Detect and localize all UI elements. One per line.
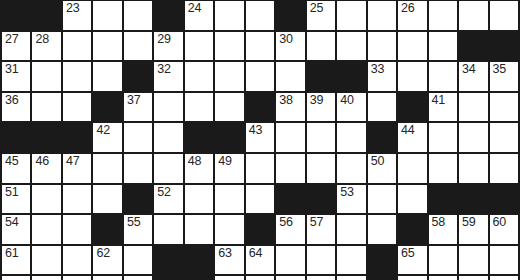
cell-r9c9[interactable]: 64 xyxy=(246,246,274,275)
cell-r9c17[interactable] xyxy=(490,246,518,275)
cell-r5c13 xyxy=(368,123,396,152)
clue-number: 32 xyxy=(157,63,171,76)
cell-r3c16[interactable]: 34 xyxy=(459,62,487,91)
cell-r6c10[interactable] xyxy=(276,154,304,183)
cell-r1c9[interactable] xyxy=(246,1,274,30)
cell-r9c16[interactable] xyxy=(459,246,487,275)
cell-r8c6[interactable] xyxy=(154,215,182,244)
cell-r3c11 xyxy=(307,62,335,91)
clue-number: 45 xyxy=(5,155,19,168)
cell-r5c16[interactable] xyxy=(459,123,487,152)
clue-number: 29 xyxy=(157,33,171,46)
cell-r9c10[interactable] xyxy=(276,246,304,275)
cell-r6c5[interactable] xyxy=(124,154,152,183)
cell-r10c10[interactable] xyxy=(276,276,304,280)
cell-r5c11[interactable] xyxy=(307,123,335,152)
cell-r10c3[interactable] xyxy=(63,276,91,280)
cell-r8c16[interactable]: 59 xyxy=(459,215,487,244)
cell-r3c6[interactable]: 32 xyxy=(154,62,182,91)
cell-r6c2[interactable]: 46 xyxy=(32,154,60,183)
cell-r10c4[interactable] xyxy=(93,276,121,280)
cell-r2c6[interactable]: 29 xyxy=(154,32,182,61)
cell-r2c16 xyxy=(459,32,487,61)
clue-number: 58 xyxy=(432,216,446,229)
cell-r9c15[interactable] xyxy=(429,246,457,275)
cell-r4c15[interactable]: 41 xyxy=(429,93,457,122)
cell-r3c15[interactable] xyxy=(429,62,457,91)
clue-number: 36 xyxy=(5,94,19,107)
cell-r6c11[interactable] xyxy=(307,154,335,183)
cell-r3c8[interactable] xyxy=(215,62,243,91)
cell-r6c17[interactable] xyxy=(490,154,518,183)
cell-r2c7[interactable] xyxy=(185,32,213,61)
cell-r6c4[interactable] xyxy=(93,154,121,183)
cell-r4c13[interactable] xyxy=(368,93,396,122)
cell-r9c7 xyxy=(185,246,213,275)
cell-r8c1[interactable]: 54 xyxy=(2,215,30,244)
clue-number: 61 xyxy=(5,247,19,260)
cell-r5c14[interactable]: 44 xyxy=(398,123,426,152)
cell-r9c5[interactable] xyxy=(124,246,152,275)
cell-r8c10[interactable]: 56 xyxy=(276,215,304,244)
cell-r3c17[interactable]: 35 xyxy=(490,62,518,91)
cell-r5c10[interactable] xyxy=(276,123,304,152)
cell-r1c17[interactable] xyxy=(490,1,518,30)
cell-r2c3[interactable] xyxy=(63,32,91,61)
cell-r10c7 xyxy=(185,276,213,280)
clue-number: 43 xyxy=(249,124,263,137)
cell-r7c13[interactable] xyxy=(368,185,396,214)
clue-number: 64 xyxy=(249,247,263,260)
cell-r6c16[interactable] xyxy=(459,154,487,183)
cell-r2c1[interactable]: 27 xyxy=(2,32,30,61)
cell-r4c4 xyxy=(93,93,121,122)
cell-r9c1[interactable]: 61 xyxy=(2,246,30,275)
cell-r9c13 xyxy=(368,246,396,275)
cell-r10c5[interactable] xyxy=(124,276,152,280)
cell-r2c10[interactable]: 30 xyxy=(276,32,304,61)
cell-r5c12[interactable] xyxy=(337,123,365,152)
cell-r7c8[interactable] xyxy=(215,185,243,214)
cell-r7c7[interactable] xyxy=(185,185,213,214)
clue-number: 44 xyxy=(401,124,415,137)
cell-r8c9 xyxy=(246,215,274,244)
cell-r4c10[interactable]: 38 xyxy=(276,93,304,122)
cell-r10c8[interactable] xyxy=(215,276,243,280)
clue-number: 53 xyxy=(340,186,354,199)
cell-r5c6[interactable] xyxy=(154,123,182,152)
cell-r2c17 xyxy=(490,32,518,61)
cell-r7c4[interactable] xyxy=(93,185,121,214)
cell-r7c16 xyxy=(459,185,487,214)
cell-r6c1[interactable]: 45 xyxy=(2,154,30,183)
cell-r4c17[interactable] xyxy=(490,93,518,122)
cell-r4c16[interactable] xyxy=(459,93,487,122)
cell-r3c1[interactable]: 31 xyxy=(2,62,30,91)
clue-number: 25 xyxy=(310,2,324,15)
cell-r5c7 xyxy=(185,123,213,152)
clue-number: 24 xyxy=(188,2,202,15)
cell-r6c9[interactable] xyxy=(246,154,274,183)
cell-r10c6 xyxy=(154,276,182,280)
cell-r1c13[interactable] xyxy=(368,1,396,30)
cell-r7c1[interactable]: 51 xyxy=(2,185,30,214)
cell-r8c17[interactable]: 60 xyxy=(490,215,518,244)
cell-r1c8[interactable] xyxy=(215,1,243,30)
cell-r8c5[interactable]: 55 xyxy=(124,215,152,244)
cell-r9c12[interactable] xyxy=(337,246,365,275)
cell-r9c8[interactable]: 63 xyxy=(215,246,243,275)
cell-r4c3[interactable] xyxy=(63,93,91,122)
cell-r8c15[interactable]: 58 xyxy=(429,215,457,244)
clue-number: 48 xyxy=(188,155,202,168)
cell-r1c5[interactable] xyxy=(124,1,152,30)
cell-r9c4[interactable]: 62 xyxy=(93,246,121,275)
cell-r2c4[interactable] xyxy=(93,32,121,61)
cell-r1c12[interactable] xyxy=(337,1,365,30)
cell-r2c11[interactable] xyxy=(307,32,335,61)
cell-r10c12[interactable] xyxy=(337,276,365,280)
cell-r2c13[interactable] xyxy=(368,32,396,61)
cell-r10c2[interactable] xyxy=(32,276,60,280)
cell-r8c3[interactable] xyxy=(63,215,91,244)
cell-r7c10 xyxy=(276,185,304,214)
cell-r9c2[interactable] xyxy=(32,246,60,275)
cell-r10c1[interactable] xyxy=(2,276,30,280)
clue-number: 65 xyxy=(401,247,415,260)
cell-r6c3[interactable]: 47 xyxy=(63,154,91,183)
cell-r3c12 xyxy=(337,62,365,91)
cell-r10c15[interactable] xyxy=(429,276,457,280)
clue-number: 55 xyxy=(127,216,141,229)
clue-number: 34 xyxy=(462,63,476,76)
clue-number: 37 xyxy=(127,94,141,107)
cell-r6c7[interactable]: 48 xyxy=(185,154,213,183)
cell-r1c3[interactable]: 23 xyxy=(63,1,91,30)
cell-r8c4 xyxy=(93,215,121,244)
cell-r5c3 xyxy=(63,123,91,152)
clue-number: 30 xyxy=(279,33,293,46)
cell-r4c7[interactable] xyxy=(185,93,213,122)
cell-r9c3[interactable] xyxy=(63,246,91,275)
crossword-grid: 2324252627282930313233343536373839404142… xyxy=(0,0,520,280)
cell-r9c14[interactable]: 65 xyxy=(398,246,426,275)
cell-r6c12[interactable] xyxy=(337,154,365,183)
cell-r3c14[interactable] xyxy=(398,62,426,91)
cell-r2c15[interactable] xyxy=(429,32,457,61)
cell-r3c4[interactable] xyxy=(93,62,121,91)
clue-number: 47 xyxy=(66,155,80,168)
clue-number: 50 xyxy=(371,155,385,168)
cell-r3c5 xyxy=(124,62,152,91)
clue-number: 38 xyxy=(279,94,293,107)
clue-number: 33 xyxy=(371,63,385,76)
cell-r7c17 xyxy=(490,185,518,214)
cell-r3c2[interactable] xyxy=(32,62,60,91)
cell-r8c14 xyxy=(398,215,426,244)
clue-number: 39 xyxy=(310,94,324,107)
crossword-board: 2324252627282930313233343536373839404142… xyxy=(0,0,520,280)
cell-r4c5[interactable]: 37 xyxy=(124,93,152,122)
cell-r3c10[interactable] xyxy=(276,62,304,91)
cell-r1c7[interactable]: 24 xyxy=(185,1,213,30)
clue-number: 63 xyxy=(218,247,232,260)
cell-r5c9[interactable]: 43 xyxy=(246,123,274,152)
cell-r10c9[interactable] xyxy=(246,276,274,280)
cell-r10c17[interactable] xyxy=(490,276,518,280)
cell-r7c9[interactable] xyxy=(246,185,274,214)
cell-r5c8 xyxy=(215,123,243,152)
cell-r5c17[interactable] xyxy=(490,123,518,152)
cell-r7c5 xyxy=(124,185,152,214)
cell-r8c11[interactable]: 57 xyxy=(307,215,335,244)
cell-r4c14 xyxy=(398,93,426,122)
clue-number: 40 xyxy=(340,94,354,107)
clue-number: 59 xyxy=(462,216,476,229)
clue-number: 57 xyxy=(310,216,324,229)
clue-number: 49 xyxy=(218,155,232,168)
clue-number: 23 xyxy=(66,2,80,15)
cell-r7c3[interactable] xyxy=(63,185,91,214)
cell-r3c7[interactable] xyxy=(185,62,213,91)
cell-r2c12[interactable] xyxy=(337,32,365,61)
cell-r6c8[interactable]: 49 xyxy=(215,154,243,183)
clue-number: 60 xyxy=(493,216,507,229)
cell-r2c9[interactable] xyxy=(246,32,274,61)
clue-number: 26 xyxy=(401,2,415,15)
cell-r7c12[interactable]: 53 xyxy=(337,185,365,214)
clue-number: 28 xyxy=(35,33,49,46)
cell-r7c11 xyxy=(307,185,335,214)
clue-number: 62 xyxy=(96,247,110,260)
cell-r7c6[interactable]: 52 xyxy=(154,185,182,214)
clue-number: 35 xyxy=(493,63,507,76)
clue-number: 42 xyxy=(96,124,110,137)
cell-r10c14[interactable] xyxy=(398,276,426,280)
cell-r8c2[interactable] xyxy=(32,215,60,244)
clue-number: 52 xyxy=(157,186,171,199)
cell-r1c15[interactable] xyxy=(429,1,457,30)
cell-r9c6 xyxy=(154,246,182,275)
cell-r8c8[interactable] xyxy=(215,215,243,244)
cell-r4c11[interactable]: 39 xyxy=(307,93,335,122)
cell-r1c10 xyxy=(276,1,304,30)
clue-number: 27 xyxy=(5,33,19,46)
cell-r5c4[interactable]: 42 xyxy=(93,123,121,152)
cell-r8c7[interactable] xyxy=(185,215,213,244)
cell-r1c4[interactable] xyxy=(93,1,121,30)
cell-r4c9 xyxy=(246,93,274,122)
cell-r4c6[interactable] xyxy=(154,93,182,122)
cell-r6c15[interactable] xyxy=(429,154,457,183)
cell-r1c11[interactable]: 25 xyxy=(307,1,335,30)
cell-r2c2[interactable]: 28 xyxy=(32,32,60,61)
cell-r6c14[interactable] xyxy=(398,154,426,183)
cell-r4c8[interactable] xyxy=(215,93,243,122)
cell-r8c13[interactable] xyxy=(368,215,396,244)
clue-number: 31 xyxy=(5,63,19,76)
clue-number: 54 xyxy=(5,216,19,229)
clue-number: 56 xyxy=(279,216,293,229)
cell-r2c5[interactable] xyxy=(124,32,152,61)
cell-r5c15[interactable] xyxy=(429,123,457,152)
clue-number: 46 xyxy=(35,155,49,168)
cell-r1c1 xyxy=(2,1,30,30)
cell-r5c5[interactable] xyxy=(124,123,152,152)
cell-r7c15 xyxy=(429,185,457,214)
cell-r10c13 xyxy=(368,276,396,280)
cell-r5c1 xyxy=(2,123,30,152)
cell-r10c11[interactable] xyxy=(307,276,335,280)
cell-r4c12[interactable]: 40 xyxy=(337,93,365,122)
cell-r7c2[interactable] xyxy=(32,185,60,214)
cell-r1c6 xyxy=(154,1,182,30)
cell-r4c1[interactable]: 36 xyxy=(2,93,30,122)
cell-r1c2 xyxy=(32,1,60,30)
cell-r3c13[interactable]: 33 xyxy=(368,62,396,91)
cell-r7c14[interactable] xyxy=(398,185,426,214)
clue-number: 41 xyxy=(432,94,446,107)
cell-r6c13[interactable]: 50 xyxy=(368,154,396,183)
cell-r3c9[interactable] xyxy=(246,62,274,91)
clue-number: 51 xyxy=(5,186,19,199)
cell-r1c14[interactable]: 26 xyxy=(398,1,426,30)
cell-r3c3[interactable] xyxy=(63,62,91,91)
cell-r1c16[interactable] xyxy=(459,1,487,30)
cell-r8c12[interactable] xyxy=(337,215,365,244)
cell-r2c14[interactable] xyxy=(398,32,426,61)
cell-r9c11[interactable] xyxy=(307,246,335,275)
cell-r2c8[interactable] xyxy=(215,32,243,61)
cell-r5c2 xyxy=(32,123,60,152)
cell-r4c2[interactable] xyxy=(32,93,60,122)
cell-r6c6[interactable] xyxy=(154,154,182,183)
cell-r10c16[interactable] xyxy=(459,276,487,280)
